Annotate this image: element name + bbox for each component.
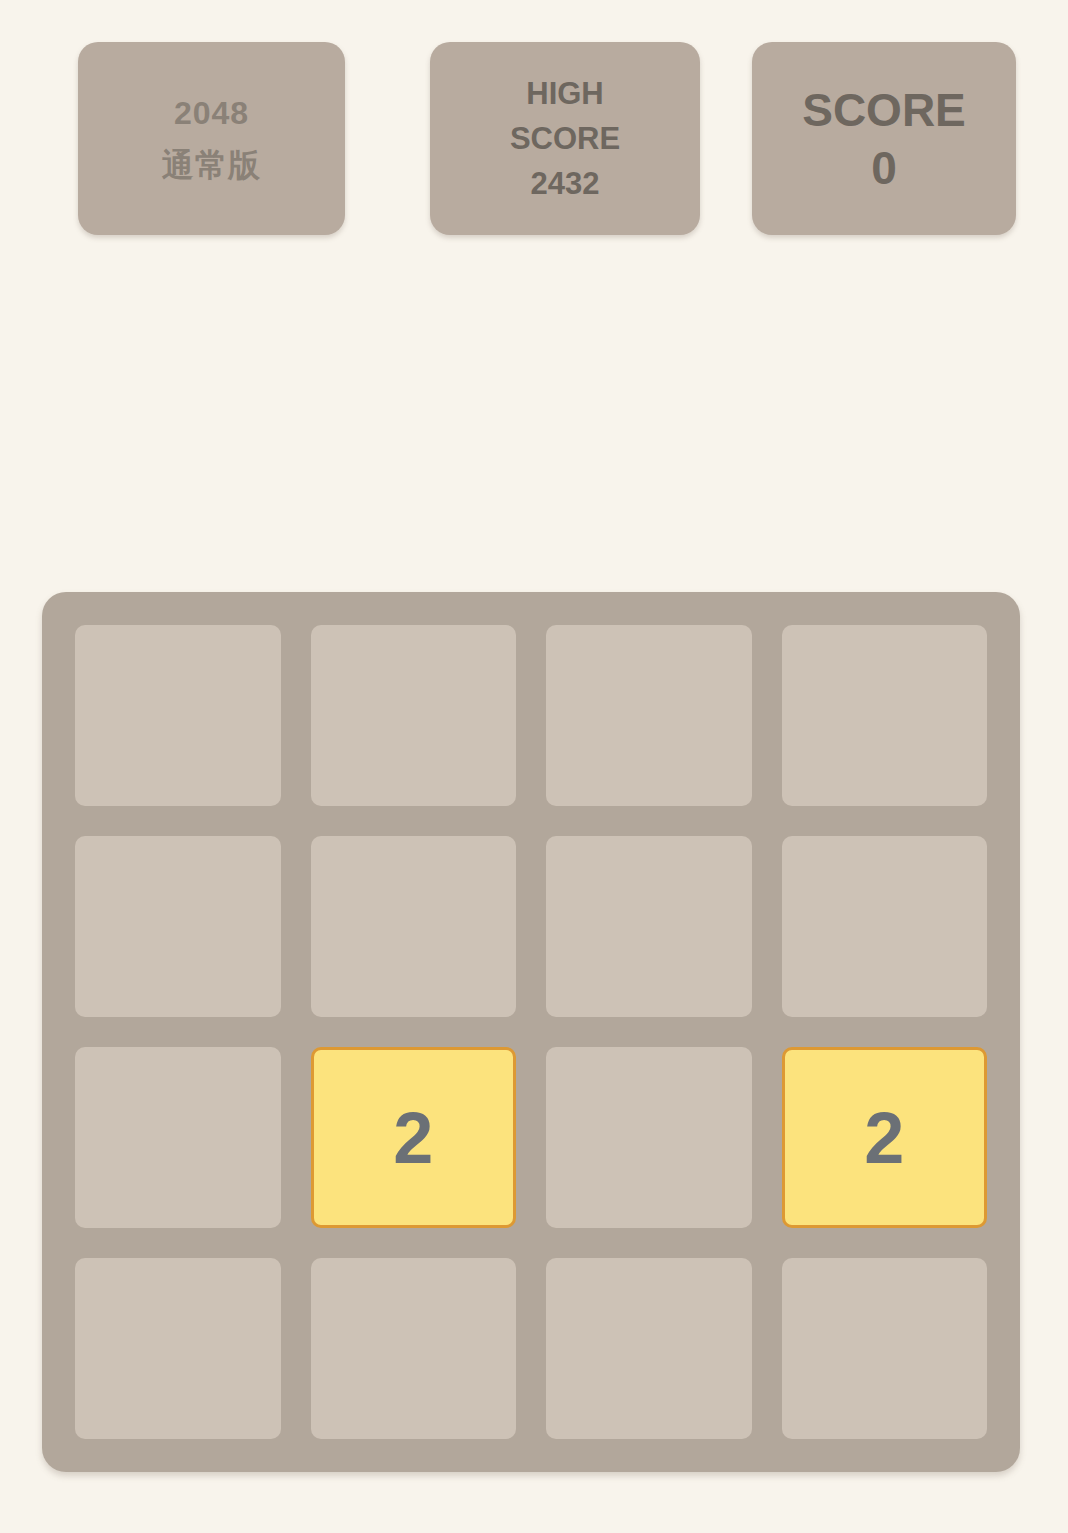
cell-r1c2 [311, 625, 517, 806]
cell-r4c4 [782, 1258, 988, 1439]
cell-r3c1 [75, 1047, 281, 1228]
high-score-label-line1: HIGH [526, 71, 604, 116]
mode-button-title: 2048 [174, 87, 249, 139]
cell-r1c4 [782, 625, 988, 806]
high-score-label-line2: SCORE [510, 116, 620, 161]
cell-r3c3 [546, 1047, 752, 1228]
cell-r2c3 [546, 836, 752, 1017]
cell-r4c1 [75, 1258, 281, 1439]
cell-r4c3 [546, 1258, 752, 1439]
cell-r2c4 [782, 836, 988, 1017]
game-screen: 2048 通常版 HIGH SCORE 2432 SCORE 0 22 [0, 0, 1068, 1533]
cell-r4c2 [311, 1258, 517, 1439]
cell-r1c3 [546, 625, 752, 806]
cell-r1c1 [75, 625, 281, 806]
score-box: SCORE 0 [752, 42, 1016, 235]
high-score-box: HIGH SCORE 2432 [430, 42, 700, 235]
cell-r2c2 [311, 836, 517, 1017]
score-value: 0 [871, 139, 897, 197]
mode-button[interactable]: 2048 通常版 [78, 42, 345, 235]
score-label: SCORE [802, 81, 966, 139]
mode-button-subtitle: 通常版 [162, 139, 261, 191]
high-score-value: 2432 [531, 161, 600, 206]
cell-r2c1 [75, 836, 281, 1017]
tile-r3c4-2: 2 [782, 1047, 988, 1228]
board-4x4[interactable]: 22 [42, 592, 1020, 1472]
tile-r3c2-2: 2 [311, 1047, 517, 1228]
